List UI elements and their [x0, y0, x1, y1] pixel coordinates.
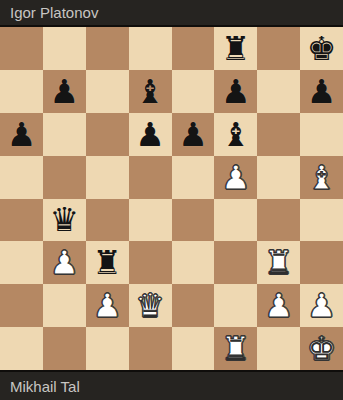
square-e2[interactable] — [172, 284, 215, 327]
square-h3[interactable] — [300, 241, 343, 284]
black-rook-piece[interactable]: ♜ — [221, 32, 251, 65]
square-d7[interactable]: ♝ — [129, 70, 172, 113]
square-e3[interactable] — [172, 241, 215, 284]
black-bishop-piece[interactable]: ♝ — [135, 75, 165, 108]
square-a7[interactable] — [0, 70, 43, 113]
white-bishop-piece[interactable]: ♝ — [307, 161, 337, 194]
square-d2[interactable]: ♛ — [129, 284, 172, 327]
black-queen-piece[interactable]: ♛ — [50, 203, 80, 236]
square-f3[interactable] — [214, 241, 257, 284]
square-a6[interactable]: ♟ — [0, 113, 43, 156]
square-a8[interactable] — [0, 27, 43, 70]
square-f2[interactable] — [214, 284, 257, 327]
black-pawn-piece[interactable]: ♟ — [178, 118, 208, 151]
square-c3[interactable]: ♜ — [86, 241, 129, 284]
square-f8[interactable]: ♜ — [214, 27, 257, 70]
square-e1[interactable] — [172, 327, 215, 370]
black-pawn-piece[interactable]: ♟ — [135, 118, 165, 151]
square-h2[interactable]: ♟ — [300, 284, 343, 327]
white-queen-piece[interactable]: ♛ — [135, 289, 165, 322]
square-b1[interactable] — [43, 327, 86, 370]
square-b7[interactable]: ♟ — [43, 70, 86, 113]
player-bar-bottom: Mikhail Tal — [0, 370, 343, 400]
square-g3[interactable]: ♜ — [257, 241, 300, 284]
square-e7[interactable] — [172, 70, 215, 113]
square-h5[interactable]: ♝ — [300, 156, 343, 199]
square-d5[interactable] — [129, 156, 172, 199]
square-b4[interactable]: ♛ — [43, 199, 86, 242]
square-a4[interactable] — [0, 199, 43, 242]
square-e8[interactable] — [172, 27, 215, 70]
square-b2[interactable] — [43, 284, 86, 327]
square-g4[interactable] — [257, 199, 300, 242]
square-c6[interactable] — [86, 113, 129, 156]
white-pawn-piece[interactable]: ♟ — [264, 289, 294, 322]
chess-board: ♜♚♟♝♟♟♟♟♟♝♟♝♛♟♜♜♟♛♟♟♜♚ — [0, 27, 343, 370]
square-d3[interactable] — [129, 241, 172, 284]
square-h6[interactable] — [300, 113, 343, 156]
square-c1[interactable] — [86, 327, 129, 370]
black-rook-piece[interactable]: ♜ — [92, 246, 122, 279]
white-pawn-piece[interactable]: ♟ — [221, 161, 251, 194]
black-bishop-piece[interactable]: ♝ — [221, 118, 251, 151]
square-f5[interactable]: ♟ — [214, 156, 257, 199]
white-pawn-piece[interactable]: ♟ — [307, 289, 337, 322]
square-g7[interactable] — [257, 70, 300, 113]
player-bar-top: Igor Platonov — [0, 0, 343, 27]
square-c7[interactable] — [86, 70, 129, 113]
square-h8[interactable]: ♚ — [300, 27, 343, 70]
square-e4[interactable] — [172, 199, 215, 242]
square-e5[interactable] — [172, 156, 215, 199]
square-d4[interactable] — [129, 199, 172, 242]
black-pawn-piece[interactable]: ♟ — [221, 75, 251, 108]
player-name-top: Igor Platonov — [10, 4, 98, 21]
white-rook-piece[interactable]: ♜ — [221, 332, 251, 365]
square-c5[interactable] — [86, 156, 129, 199]
chess-app: Igor Platonov ♜♚♟♝♟♟♟♟♟♝♟♝♛♟♜♜♟♛♟♟♜♚ Mik… — [0, 0, 343, 400]
square-h1[interactable]: ♚ — [300, 327, 343, 370]
player-name-bottom: Mikhail Tal — [10, 378, 80, 395]
square-g5[interactable] — [257, 156, 300, 199]
white-rook-piece[interactable]: ♜ — [264, 246, 294, 279]
square-a1[interactable] — [0, 327, 43, 370]
square-h7[interactable]: ♟ — [300, 70, 343, 113]
square-a3[interactable] — [0, 241, 43, 284]
square-g1[interactable] — [257, 327, 300, 370]
white-king-piece[interactable]: ♚ — [307, 332, 337, 365]
square-g6[interactable] — [257, 113, 300, 156]
square-b6[interactable] — [43, 113, 86, 156]
square-d6[interactable]: ♟ — [129, 113, 172, 156]
square-h4[interactable] — [300, 199, 343, 242]
square-a5[interactable] — [0, 156, 43, 199]
square-b5[interactable] — [43, 156, 86, 199]
square-f4[interactable] — [214, 199, 257, 242]
square-g8[interactable] — [257, 27, 300, 70]
square-d8[interactable] — [129, 27, 172, 70]
square-f6[interactable]: ♝ — [214, 113, 257, 156]
square-c4[interactable] — [86, 199, 129, 242]
square-c2[interactable]: ♟ — [86, 284, 129, 327]
square-b3[interactable]: ♟ — [43, 241, 86, 284]
square-c8[interactable] — [86, 27, 129, 70]
square-f7[interactable]: ♟ — [214, 70, 257, 113]
black-pawn-piece[interactable]: ♟ — [7, 118, 37, 151]
square-g2[interactable]: ♟ — [257, 284, 300, 327]
square-b8[interactable] — [43, 27, 86, 70]
square-f1[interactable]: ♜ — [214, 327, 257, 370]
square-d1[interactable] — [129, 327, 172, 370]
black-king-piece[interactable]: ♚ — [307, 32, 337, 65]
square-e6[interactable]: ♟ — [172, 113, 215, 156]
white-pawn-piece[interactable]: ♟ — [50, 246, 80, 279]
black-pawn-piece[interactable]: ♟ — [307, 75, 337, 108]
square-a2[interactable] — [0, 284, 43, 327]
black-pawn-piece[interactable]: ♟ — [50, 75, 80, 108]
white-pawn-piece[interactable]: ♟ — [92, 289, 122, 322]
